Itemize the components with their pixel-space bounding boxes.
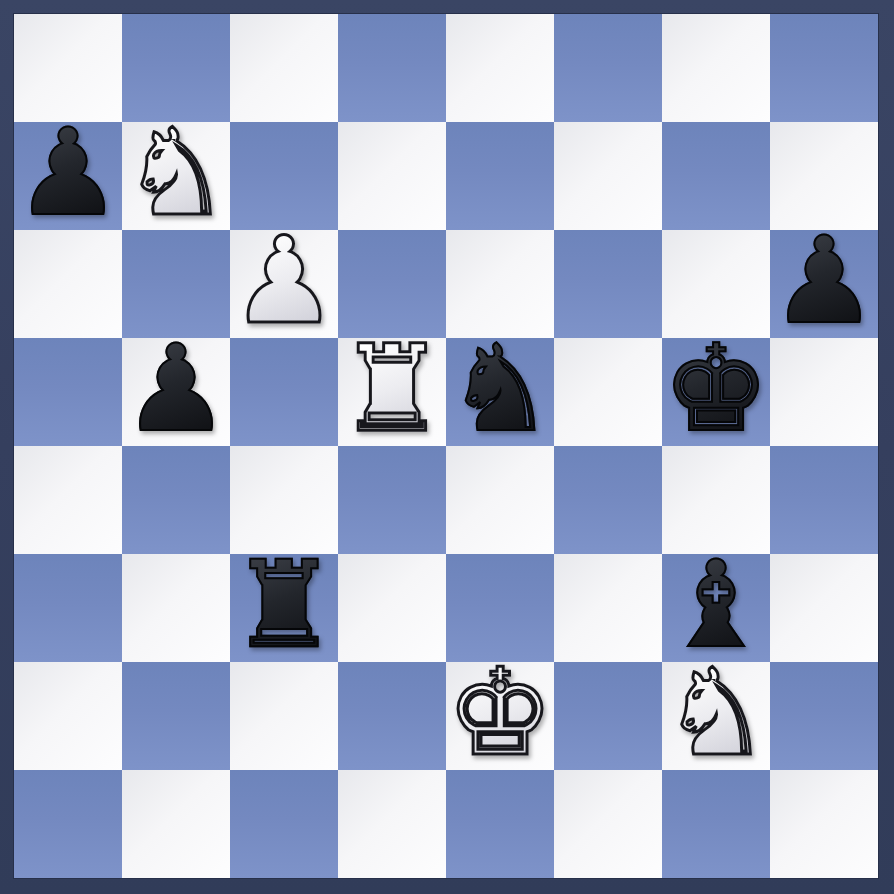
square-d4[interactable] (338, 446, 446, 554)
square-c8[interactable] (230, 14, 338, 122)
square-c3[interactable]: ♜ (230, 554, 338, 662)
white-pawn-icon[interactable]: ♟ (230, 221, 338, 341)
square-b1[interactable] (122, 770, 230, 878)
square-h3[interactable] (770, 554, 878, 662)
square-b7[interactable]: ♞ (122, 122, 230, 230)
square-g2[interactable]: ♞ (662, 662, 770, 770)
square-a1[interactable] (14, 770, 122, 878)
square-g8[interactable] (662, 14, 770, 122)
square-a6[interactable] (14, 230, 122, 338)
square-h1[interactable] (770, 770, 878, 878)
square-e7[interactable] (446, 122, 554, 230)
square-e2[interactable]: ♚ (446, 662, 554, 770)
square-f6[interactable] (554, 230, 662, 338)
square-a7[interactable]: ♟ (14, 122, 122, 230)
square-g5[interactable]: ♚ (662, 338, 770, 446)
square-d8[interactable] (338, 14, 446, 122)
square-d1[interactable] (338, 770, 446, 878)
square-d5[interactable]: ♜ (338, 338, 446, 446)
square-f4[interactable] (554, 446, 662, 554)
square-d2[interactable] (338, 662, 446, 770)
square-h4[interactable] (770, 446, 878, 554)
square-f5[interactable] (554, 338, 662, 446)
square-f3[interactable] (554, 554, 662, 662)
square-c5[interactable] (230, 338, 338, 446)
square-f8[interactable] (554, 14, 662, 122)
board-frame: ♟♞♟♟♟♜♞♚♜♝♚♞ (0, 0, 894, 894)
square-c1[interactable] (230, 770, 338, 878)
square-f7[interactable] (554, 122, 662, 230)
square-b3[interactable] (122, 554, 230, 662)
square-h6[interactable]: ♟ (770, 230, 878, 338)
black-pawn-icon[interactable]: ♟ (770, 221, 878, 341)
square-f2[interactable] (554, 662, 662, 770)
square-b4[interactable] (122, 446, 230, 554)
square-c6[interactable]: ♟ (230, 230, 338, 338)
square-a3[interactable] (14, 554, 122, 662)
square-b2[interactable] (122, 662, 230, 770)
square-h5[interactable] (770, 338, 878, 446)
black-king-icon[interactable]: ♚ (662, 329, 770, 449)
square-f1[interactable] (554, 770, 662, 878)
square-h8[interactable] (770, 14, 878, 122)
square-g1[interactable] (662, 770, 770, 878)
square-a5[interactable] (14, 338, 122, 446)
square-e1[interactable] (446, 770, 554, 878)
square-d3[interactable] (338, 554, 446, 662)
black-rook-icon[interactable]: ♜ (230, 545, 338, 665)
square-b5[interactable]: ♟ (122, 338, 230, 446)
square-d7[interactable] (338, 122, 446, 230)
square-h2[interactable] (770, 662, 878, 770)
square-g7[interactable] (662, 122, 770, 230)
square-a2[interactable] (14, 662, 122, 770)
black-pawn-icon[interactable]: ♟ (122, 329, 230, 449)
square-a4[interactable] (14, 446, 122, 554)
square-e8[interactable] (446, 14, 554, 122)
black-pawn-icon[interactable]: ♟ (14, 113, 122, 233)
square-e5[interactable]: ♞ (446, 338, 554, 446)
white-rook-icon[interactable]: ♜ (338, 329, 446, 449)
white-knight-icon[interactable]: ♞ (122, 113, 230, 233)
white-knight-icon[interactable]: ♞ (662, 653, 770, 773)
square-e4[interactable] (446, 446, 554, 554)
chess-board: ♟♞♟♟♟♜♞♚♜♝♚♞ (14, 14, 878, 878)
white-king-icon[interactable]: ♚ (446, 653, 554, 773)
square-c2[interactable] (230, 662, 338, 770)
black-knight-icon[interactable]: ♞ (446, 329, 554, 449)
